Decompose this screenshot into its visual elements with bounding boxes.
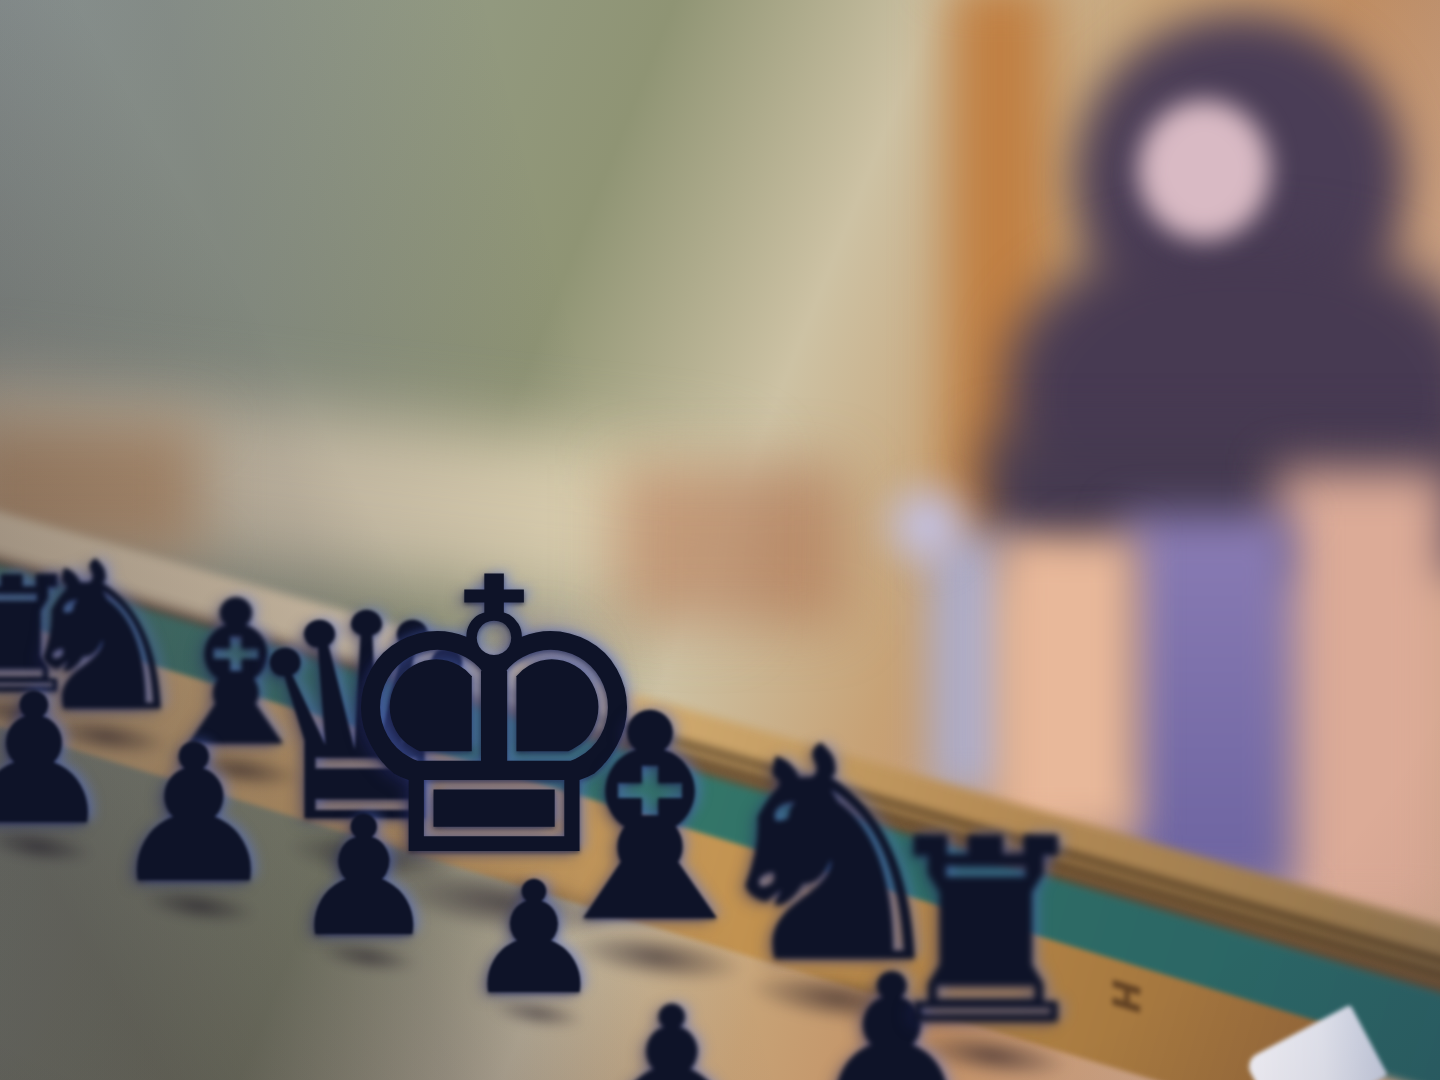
chess-photo-scene: G H ♜♞♟♝♟♛♟♚♟♝♟♞♟♜: [0, 0, 1440, 1080]
pieces-layer: ♜♞♟♝♟♛♟♚♟♝♟♞♟♜: [0, 0, 1440, 1080]
black-pawn-a7: ♟: [0, 670, 115, 850]
black-rook-h8: ♜: [872, 805, 1101, 1060]
